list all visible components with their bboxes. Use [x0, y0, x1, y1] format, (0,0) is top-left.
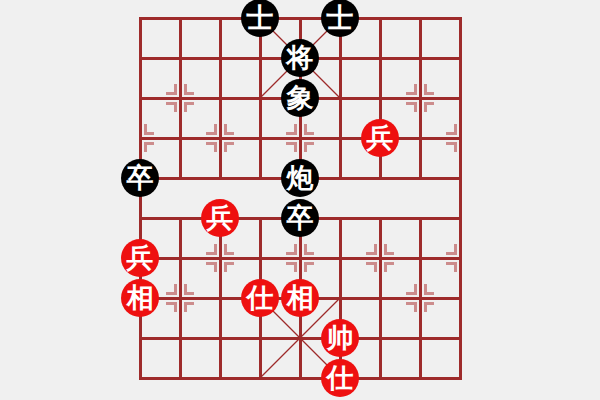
- piece-red-elephant[interactable]: 相: [281, 279, 319, 317]
- piece-black-soldier[interactable]: 卒: [121, 159, 159, 197]
- piece-red-soldier[interactable]: 兵: [201, 199, 239, 237]
- piece-black-soldier[interactable]: 卒: [281, 199, 319, 237]
- piece-black-advisor[interactable]: 士: [321, 0, 359, 37]
- piece-red-elephant[interactable]: 相: [121, 279, 159, 317]
- piece-black-cannon[interactable]: 炮: [281, 159, 319, 197]
- piece-red-advisor[interactable]: 仕: [321, 359, 359, 397]
- piece-black-elephant[interactable]: 象: [281, 79, 319, 117]
- piece-red-soldier[interactable]: 兵: [361, 119, 399, 157]
- piece-black-advisor[interactable]: 士: [241, 0, 279, 37]
- xiangqi-board: 士士将象兵卒炮兵卒兵相仕相帅仕: [120, 0, 480, 398]
- xiangqi-board-screenshot: 士士将象兵卒炮兵卒兵相仕相帅仕: [0, 0, 600, 400]
- piece-red-soldier[interactable]: 兵: [121, 239, 159, 277]
- piece-black-general[interactable]: 将: [281, 39, 319, 77]
- piece-red-general[interactable]: 帅: [321, 319, 359, 357]
- piece-red-advisor[interactable]: 仕: [241, 279, 279, 317]
